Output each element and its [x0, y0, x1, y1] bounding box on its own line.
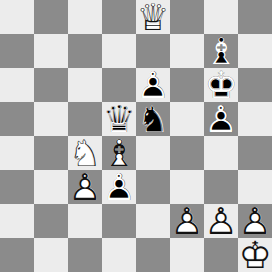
- square-a4[interactable]: [0, 136, 34, 170]
- square-c8[interactable]: [68, 0, 102, 34]
- square-g5[interactable]: ♟♙: [204, 102, 238, 136]
- square-g7[interactable]: ♝♗: [204, 34, 238, 68]
- piece-black-knight[interactable]: ♞♘: [136, 102, 170, 136]
- square-d4[interactable]: ♝♗: [102, 136, 136, 170]
- square-a7[interactable]: [0, 34, 34, 68]
- black-pawn-glyph-outline: ♙: [102, 170, 136, 204]
- square-f8[interactable]: [170, 0, 204, 34]
- square-f4[interactable]: [170, 136, 204, 170]
- black-knight-glyph-outline: ♘: [136, 102, 170, 136]
- piece-white-king[interactable]: ♚♔: [238, 238, 272, 272]
- square-h2[interactable]: ♟♙: [238, 204, 272, 238]
- square-h4[interactable]: [238, 136, 272, 170]
- piece-white-pawn[interactable]: ♟♙: [170, 204, 204, 238]
- square-a6[interactable]: [0, 68, 34, 102]
- square-c7[interactable]: [68, 34, 102, 68]
- square-b1[interactable]: [34, 238, 68, 272]
- square-g4[interactable]: [204, 136, 238, 170]
- square-a1[interactable]: [0, 238, 34, 272]
- square-c4[interactable]: ♞♘: [68, 136, 102, 170]
- square-d8[interactable]: [102, 0, 136, 34]
- square-e1[interactable]: [136, 238, 170, 272]
- square-f7[interactable]: [170, 34, 204, 68]
- white-knight-glyph-outline: ♘: [68, 136, 102, 170]
- piece-white-pawn[interactable]: ♟♙: [204, 204, 238, 238]
- piece-black-pawn[interactable]: ♟♙: [136, 68, 170, 102]
- square-g6[interactable]: ♚♔: [204, 68, 238, 102]
- square-b7[interactable]: [34, 34, 68, 68]
- white-bishop-glyph-outline: ♗: [102, 136, 136, 170]
- piece-black-pawn[interactable]: ♟♙: [102, 170, 136, 204]
- square-c2[interactable]: [68, 204, 102, 238]
- square-e2[interactable]: [136, 204, 170, 238]
- square-d2[interactable]: [102, 204, 136, 238]
- square-b5[interactable]: [34, 102, 68, 136]
- square-a8[interactable]: [0, 0, 34, 34]
- square-e7[interactable]: [136, 34, 170, 68]
- square-d7[interactable]: [102, 34, 136, 68]
- piece-white-bishop[interactable]: ♝♗: [102, 136, 136, 170]
- square-b6[interactable]: [34, 68, 68, 102]
- piece-black-queen[interactable]: ♛♕: [102, 102, 136, 136]
- black-king-glyph-outline: ♔: [204, 68, 238, 102]
- piece-black-bishop[interactable]: ♝♗: [204, 34, 238, 68]
- white-queen-glyph-outline: ♕: [136, 0, 170, 34]
- square-h6[interactable]: [238, 68, 272, 102]
- white-king-glyph-outline: ♔: [238, 238, 272, 272]
- black-queen-glyph-outline: ♕: [102, 102, 136, 136]
- black-pawn-glyph-outline: ♙: [204, 102, 238, 136]
- square-d3[interactable]: ♟♙: [102, 170, 136, 204]
- square-f6[interactable]: [170, 68, 204, 102]
- square-g1[interactable]: [204, 238, 238, 272]
- square-e4[interactable]: [136, 136, 170, 170]
- square-f5[interactable]: [170, 102, 204, 136]
- white-pawn-glyph-outline: ♙: [170, 204, 204, 238]
- piece-white-pawn[interactable]: ♟♙: [68, 170, 102, 204]
- square-d1[interactable]: [102, 238, 136, 272]
- square-b2[interactable]: [34, 204, 68, 238]
- square-c1[interactable]: [68, 238, 102, 272]
- piece-white-queen[interactable]: ♛♕: [136, 0, 170, 34]
- square-e5[interactable]: ♞♘: [136, 102, 170, 136]
- square-f1[interactable]: [170, 238, 204, 272]
- piece-white-knight[interactable]: ♞♘: [68, 136, 102, 170]
- square-e6[interactable]: ♟♙: [136, 68, 170, 102]
- square-h8[interactable]: [238, 0, 272, 34]
- black-bishop-glyph-outline: ♗: [204, 34, 238, 68]
- square-g2[interactable]: ♟♙: [204, 204, 238, 238]
- square-c5[interactable]: [68, 102, 102, 136]
- square-d6[interactable]: [102, 68, 136, 102]
- square-h5[interactable]: [238, 102, 272, 136]
- square-a3[interactable]: [0, 170, 34, 204]
- square-b3[interactable]: [34, 170, 68, 204]
- square-b4[interactable]: [34, 136, 68, 170]
- square-g3[interactable]: [204, 170, 238, 204]
- square-f3[interactable]: [170, 170, 204, 204]
- square-h1[interactable]: ♚♔: [238, 238, 272, 272]
- square-d5[interactable]: ♛♕: [102, 102, 136, 136]
- square-h3[interactable]: [238, 170, 272, 204]
- square-g8[interactable]: [204, 0, 238, 34]
- black-pawn-glyph-outline: ♙: [136, 68, 170, 102]
- square-h7[interactable]: [238, 34, 272, 68]
- white-pawn-glyph-outline: ♙: [68, 170, 102, 204]
- square-a2[interactable]: [0, 204, 34, 238]
- square-b8[interactable]: [34, 0, 68, 34]
- piece-black-pawn[interactable]: ♟♙: [204, 102, 238, 136]
- square-e3[interactable]: [136, 170, 170, 204]
- square-c6[interactable]: [68, 68, 102, 102]
- piece-black-king[interactable]: ♚♔: [204, 68, 238, 102]
- square-a5[interactable]: [0, 102, 34, 136]
- square-e8[interactable]: ♛♕: [136, 0, 170, 34]
- piece-white-pawn[interactable]: ♟♙: [238, 204, 272, 238]
- white-pawn-glyph-outline: ♙: [238, 204, 272, 238]
- white-pawn-glyph-outline: ♙: [204, 204, 238, 238]
- chess-board: ♛♕♝♗♟♙♚♔♛♕♞♘♟♙♞♘♝♗♟♙♟♙♟♙♟♙♟♙♚♔: [0, 0, 272, 272]
- square-f2[interactable]: ♟♙: [170, 204, 204, 238]
- square-c3[interactable]: ♟♙: [68, 170, 102, 204]
